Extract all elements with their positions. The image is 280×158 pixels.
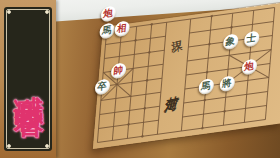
piece-character: 炮 [103, 8, 113, 19]
piece-character: 士 [246, 33, 256, 44]
piece-character: 將 [222, 78, 232, 89]
piece-character: 象 [225, 36, 235, 47]
piece-character: 帥 [113, 65, 123, 76]
piece-character: 馬 [102, 25, 112, 36]
banner-text: 感谢收看 [4, 7, 52, 151]
piece-character: 馬 [201, 81, 211, 92]
piece-character: 相 [117, 23, 127, 34]
piece-character: 卒 [97, 81, 107, 92]
screenshot-stage: 汉界 楚河 炮馬相帥卒象士炮將馬 感谢收看 [0, 0, 280, 158]
xiangqi-board[interactable]: 汉界 楚河 炮馬相帥卒象士炮將馬 [93, 1, 280, 149]
banner-plaque: 感谢收看 [4, 7, 52, 151]
piece-character: 炮 [244, 61, 254, 72]
end-card-banner: 感谢收看 [0, 0, 56, 158]
